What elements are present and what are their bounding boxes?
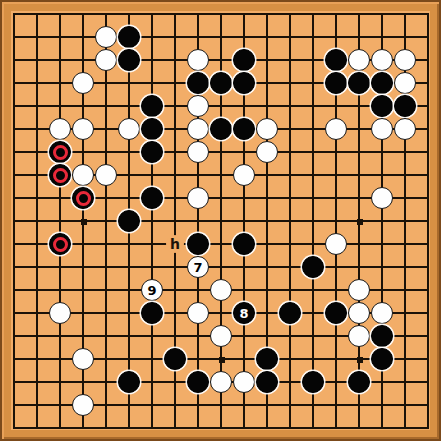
black-stone-marked bbox=[49, 233, 71, 255]
black-stone bbox=[394, 95, 416, 117]
white-stone bbox=[187, 95, 209, 117]
circle-mark bbox=[53, 237, 68, 252]
black-stone bbox=[371, 348, 393, 370]
black-stone bbox=[233, 233, 255, 255]
black-stone bbox=[141, 95, 163, 117]
black-stone bbox=[302, 256, 324, 278]
black-stone-marked bbox=[72, 187, 94, 209]
star-point bbox=[357, 357, 363, 363]
black-stone bbox=[371, 325, 393, 347]
white-stone bbox=[95, 49, 117, 71]
black-stone bbox=[302, 371, 324, 393]
white-stone bbox=[348, 49, 370, 71]
black-stone bbox=[233, 49, 255, 71]
white-stone bbox=[187, 118, 209, 140]
white-stone-9: 9 bbox=[141, 279, 163, 301]
white-stone bbox=[256, 118, 278, 140]
white-stone bbox=[371, 302, 393, 324]
black-stone bbox=[187, 371, 209, 393]
white-stone bbox=[371, 49, 393, 71]
white-stone bbox=[187, 302, 209, 324]
black-stone bbox=[118, 371, 140, 393]
white-stone bbox=[187, 49, 209, 71]
point-label-h: h bbox=[166, 235, 184, 253]
black-stone bbox=[371, 72, 393, 94]
black-stone bbox=[164, 348, 186, 370]
white-stone bbox=[210, 325, 232, 347]
circle-mark bbox=[53, 145, 68, 160]
white-stone bbox=[256, 141, 278, 163]
white-stone bbox=[72, 118, 94, 140]
circle-mark bbox=[53, 168, 68, 183]
black-stone bbox=[210, 72, 232, 94]
white-stone bbox=[187, 141, 209, 163]
white-stone bbox=[72, 164, 94, 186]
black-stone bbox=[233, 118, 255, 140]
white-stone bbox=[325, 233, 347, 255]
white-stone bbox=[95, 164, 117, 186]
white-stone bbox=[72, 394, 94, 416]
white-stone bbox=[348, 279, 370, 301]
white-stone bbox=[325, 118, 347, 140]
black-stone bbox=[325, 302, 347, 324]
white-stone bbox=[72, 72, 94, 94]
white-stone bbox=[371, 187, 393, 209]
white-stone bbox=[394, 49, 416, 71]
white-stone bbox=[348, 302, 370, 324]
black-stone bbox=[210, 118, 232, 140]
go-board: 798h bbox=[0, 0, 441, 441]
black-stone bbox=[118, 49, 140, 71]
white-stone bbox=[49, 118, 71, 140]
black-stone-marked bbox=[49, 141, 71, 163]
black-stone-8: 8 bbox=[233, 302, 255, 324]
circle-mark bbox=[76, 191, 91, 206]
star-point bbox=[81, 219, 87, 225]
black-stone bbox=[325, 72, 347, 94]
white-stone bbox=[118, 118, 140, 140]
black-stone bbox=[279, 302, 301, 324]
white-stone bbox=[233, 371, 255, 393]
white-stone bbox=[348, 325, 370, 347]
black-stone bbox=[371, 95, 393, 117]
black-stone bbox=[256, 371, 278, 393]
white-stone bbox=[394, 72, 416, 94]
black-stone bbox=[348, 371, 370, 393]
white-stone bbox=[233, 164, 255, 186]
black-stone-marked bbox=[49, 164, 71, 186]
black-stone bbox=[141, 118, 163, 140]
black-stone bbox=[118, 210, 140, 232]
white-stone bbox=[72, 348, 94, 370]
white-stone bbox=[49, 302, 71, 324]
black-stone bbox=[348, 72, 370, 94]
star-point bbox=[219, 357, 225, 363]
star-point bbox=[357, 219, 363, 225]
white-stone bbox=[95, 26, 117, 48]
white-stone bbox=[394, 118, 416, 140]
black-stone bbox=[187, 233, 209, 255]
white-stone bbox=[210, 371, 232, 393]
white-stone-7: 7 bbox=[187, 256, 209, 278]
black-stone bbox=[141, 302, 163, 324]
black-stone bbox=[118, 26, 140, 48]
black-stone bbox=[141, 187, 163, 209]
black-stone bbox=[325, 49, 347, 71]
black-stone bbox=[256, 348, 278, 370]
black-stone bbox=[141, 141, 163, 163]
black-stone bbox=[187, 72, 209, 94]
black-stone bbox=[233, 72, 255, 94]
white-stone bbox=[187, 187, 209, 209]
white-stone bbox=[210, 279, 232, 301]
white-stone bbox=[371, 118, 393, 140]
